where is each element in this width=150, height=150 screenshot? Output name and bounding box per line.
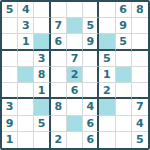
cell-r3c9[interactable]: [132, 34, 148, 50]
cell-r2c7[interactable]: [99, 18, 115, 34]
cell-r5c5[interactable]: 2: [67, 67, 83, 83]
cell-r2c9[interactable]: [132, 18, 148, 34]
cell-r7c5[interactable]: [67, 99, 83, 115]
cell-r2c2[interactable]: 3: [18, 18, 34, 34]
cell-r9c1[interactable]: 1: [2, 132, 18, 148]
cell-r3c5[interactable]: [67, 34, 83, 50]
cell-r3c7[interactable]: [99, 34, 115, 50]
cell-r7c6[interactable]: 4: [83, 99, 99, 115]
cell-r9c5[interactable]: [67, 132, 83, 148]
cell-r8c4[interactable]: [51, 116, 67, 132]
cell-r5c3[interactable]: 8: [34, 67, 50, 83]
cell-r4c3[interactable]: 3: [34, 51, 50, 67]
cell-r7c4[interactable]: 8: [51, 99, 67, 115]
cell-r4c8[interactable]: [116, 51, 132, 67]
cell-r9c6[interactable]: 6: [83, 132, 99, 148]
cell-r2c6[interactable]: 5: [83, 18, 99, 34]
cell-r5c1[interactable]: [2, 67, 18, 83]
cell-r1c1[interactable]: 5: [2, 2, 18, 18]
cell-r8c9[interactable]: 4: [132, 116, 148, 132]
cell-r3c6[interactable]: 9: [83, 34, 99, 50]
cell-r7c3[interactable]: [34, 99, 50, 115]
cell-r4c4[interactable]: [51, 51, 67, 67]
cell-r7c1[interactable]: 3: [2, 99, 18, 115]
cell-r3c8[interactable]: 5: [116, 34, 132, 50]
sudoku-board: 546837591695375821162384795641265: [0, 0, 150, 150]
cell-r8c3[interactable]: 5: [34, 116, 50, 132]
cell-r1c7[interactable]: [99, 2, 115, 18]
cell-r9c4[interactable]: 2: [51, 132, 67, 148]
cell-r2c3[interactable]: [34, 18, 50, 34]
cell-r3c4[interactable]: 6: [51, 34, 67, 50]
cell-r7c8[interactable]: [116, 99, 132, 115]
cell-r8c5[interactable]: [67, 116, 83, 132]
cell-r1c6[interactable]: [83, 2, 99, 18]
cell-r1c9[interactable]: 8: [132, 2, 148, 18]
cell-r5c9[interactable]: [132, 67, 148, 83]
cell-r4c9[interactable]: [132, 51, 148, 67]
cell-r7c7[interactable]: [99, 99, 115, 115]
cell-r1c2[interactable]: 4: [18, 2, 34, 18]
cell-r6c4[interactable]: [51, 83, 67, 99]
cell-r1c8[interactable]: 6: [116, 2, 132, 18]
cell-r2c4[interactable]: 7: [51, 18, 67, 34]
cell-r6c6[interactable]: [83, 83, 99, 99]
cell-r8c8[interactable]: [116, 116, 132, 132]
cell-r3c3[interactable]: [34, 34, 50, 50]
cell-r8c1[interactable]: 9: [2, 116, 18, 132]
cell-r5c6[interactable]: [83, 67, 99, 83]
cell-r8c2[interactable]: [18, 116, 34, 132]
cell-r4c5[interactable]: 7: [67, 51, 83, 67]
cell-r4c2[interactable]: [18, 51, 34, 67]
cell-r6c9[interactable]: [132, 83, 148, 99]
cell-r7c9[interactable]: 7: [132, 99, 148, 115]
cell-r8c7[interactable]: [99, 116, 115, 132]
cell-r3c2[interactable]: 1: [18, 34, 34, 50]
cell-r5c7[interactable]: 1: [99, 67, 115, 83]
cell-r2c8[interactable]: 9: [116, 18, 132, 34]
cell-r1c4[interactable]: [51, 2, 67, 18]
cell-r9c7[interactable]: [99, 132, 115, 148]
cell-r5c4[interactable]: [51, 67, 67, 83]
cell-r1c5[interactable]: [67, 2, 83, 18]
cell-r7c2[interactable]: [18, 99, 34, 115]
cell-r6c1[interactable]: [2, 83, 18, 99]
cell-r5c8[interactable]: [116, 67, 132, 83]
cell-r3c1[interactable]: [2, 34, 18, 50]
cell-r6c2[interactable]: [18, 83, 34, 99]
cell-r9c8[interactable]: [116, 132, 132, 148]
cell-r6c5[interactable]: 6: [67, 83, 83, 99]
cell-r5c2[interactable]: [18, 67, 34, 83]
cell-r9c2[interactable]: [18, 132, 34, 148]
cell-r4c6[interactable]: [83, 51, 99, 67]
cell-r9c3[interactable]: [34, 132, 50, 148]
cell-r4c1[interactable]: [2, 51, 18, 67]
cell-r2c1[interactable]: [2, 18, 18, 34]
cell-r6c8[interactable]: [116, 83, 132, 99]
cell-r6c7[interactable]: 2: [99, 83, 115, 99]
cell-r1c3[interactable]: [34, 2, 50, 18]
cell-r8c6[interactable]: 6: [83, 116, 99, 132]
cell-r9c9[interactable]: 5: [132, 132, 148, 148]
cell-r6c3[interactable]: 1: [34, 83, 50, 99]
cell-r2c5[interactable]: [67, 18, 83, 34]
cell-r4c7[interactable]: 5: [99, 51, 115, 67]
